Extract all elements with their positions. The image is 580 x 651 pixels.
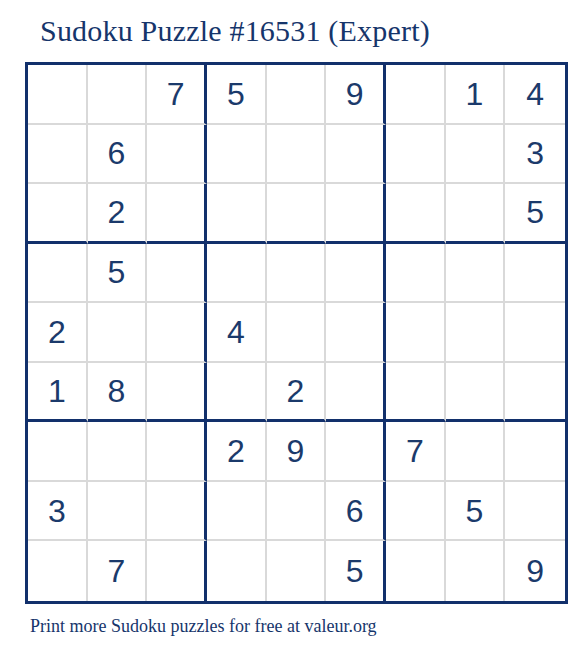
cell-r3c9[interactable]: 5 <box>505 184 565 244</box>
cell-r2c9[interactable]: 3 <box>505 125 565 185</box>
cell-r3c3[interactable] <box>147 184 207 244</box>
cell-r3c2[interactable]: 2 <box>88 184 148 244</box>
cell-r5c4[interactable]: 4 <box>207 303 267 363</box>
cell-r4c4[interactable] <box>207 244 267 304</box>
cell-r4c9[interactable] <box>505 244 565 304</box>
cell-r1c9[interactable]: 4 <box>505 65 565 125</box>
cell-r3c6[interactable] <box>326 184 386 244</box>
cell-r8c2[interactable] <box>88 482 148 542</box>
cell-r4c3[interactable] <box>147 244 207 304</box>
cell-r8c9[interactable] <box>505 482 565 542</box>
cell-r8c8[interactable]: 5 <box>446 482 506 542</box>
cell-r6c2[interactable]: 8 <box>88 363 148 423</box>
cell-r2c5[interactable] <box>267 125 327 185</box>
cell-r5c2[interactable] <box>88 303 148 363</box>
cell-r6c1[interactable]: 1 <box>28 363 88 423</box>
cell-r1c2[interactable] <box>88 65 148 125</box>
cell-r9c8[interactable] <box>446 541 506 601</box>
cell-r9c4[interactable] <box>207 541 267 601</box>
cell-r2c7[interactable] <box>386 125 446 185</box>
cell-r7c7[interactable]: 7 <box>386 422 446 482</box>
cell-r6c4[interactable] <box>207 363 267 423</box>
cell-r6c8[interactable] <box>446 363 506 423</box>
cell-r7c8[interactable] <box>446 422 506 482</box>
cell-r7c3[interactable] <box>147 422 207 482</box>
cell-r8c4[interactable] <box>207 482 267 542</box>
cell-r1c4[interactable]: 5 <box>207 65 267 125</box>
cell-r5c8[interactable] <box>446 303 506 363</box>
cell-r9c9[interactable]: 9 <box>505 541 565 601</box>
cell-r1c1[interactable] <box>28 65 88 125</box>
cell-r7c6[interactable] <box>326 422 386 482</box>
cell-r5c6[interactable] <box>326 303 386 363</box>
cell-r5c5[interactable] <box>267 303 327 363</box>
cell-r9c1[interactable] <box>28 541 88 601</box>
cell-r7c9[interactable] <box>505 422 565 482</box>
cell-r4c1[interactable] <box>28 244 88 304</box>
cell-r4c8[interactable] <box>446 244 506 304</box>
cell-r1c5[interactable] <box>267 65 327 125</box>
cell-r7c2[interactable] <box>88 422 148 482</box>
cell-r6c5[interactable]: 2 <box>267 363 327 423</box>
page-title: Sudoku Puzzle #16531 (Expert) <box>40 14 430 48</box>
cell-r2c6[interactable] <box>326 125 386 185</box>
cell-r7c5[interactable]: 9 <box>267 422 327 482</box>
cell-r9c5[interactable] <box>267 541 327 601</box>
cell-r5c7[interactable] <box>386 303 446 363</box>
cell-r8c3[interactable] <box>147 482 207 542</box>
cell-r2c3[interactable] <box>147 125 207 185</box>
cell-r7c4[interactable]: 2 <box>207 422 267 482</box>
cell-r4c5[interactable] <box>267 244 327 304</box>
cell-r4c6[interactable] <box>326 244 386 304</box>
cell-r6c3[interactable] <box>147 363 207 423</box>
cell-r4c7[interactable] <box>386 244 446 304</box>
cell-r1c7[interactable] <box>386 65 446 125</box>
cell-r6c7[interactable] <box>386 363 446 423</box>
cell-r8c6[interactable]: 6 <box>326 482 386 542</box>
sudoku-grid: 759146325524182297365759 <box>25 62 568 604</box>
cell-r3c5[interactable] <box>267 184 327 244</box>
cell-r9c3[interactable] <box>147 541 207 601</box>
cell-r8c5[interactable] <box>267 482 327 542</box>
cell-r5c3[interactable] <box>147 303 207 363</box>
cell-r3c8[interactable] <box>446 184 506 244</box>
cell-r9c6[interactable]: 5 <box>326 541 386 601</box>
cell-r3c1[interactable] <box>28 184 88 244</box>
cell-r2c8[interactable] <box>446 125 506 185</box>
cell-r1c6[interactable]: 9 <box>326 65 386 125</box>
cell-r3c7[interactable] <box>386 184 446 244</box>
cell-r1c3[interactable]: 7 <box>147 65 207 125</box>
cell-r5c1[interactable]: 2 <box>28 303 88 363</box>
cell-r9c7[interactable] <box>386 541 446 601</box>
cell-r3c4[interactable] <box>207 184 267 244</box>
cell-r2c1[interactable] <box>28 125 88 185</box>
cell-r8c1[interactable]: 3 <box>28 482 88 542</box>
cell-r2c4[interactable] <box>207 125 267 185</box>
cell-r9c2[interactable]: 7 <box>88 541 148 601</box>
cell-r6c6[interactable] <box>326 363 386 423</box>
cell-r7c1[interactable] <box>28 422 88 482</box>
cell-r5c9[interactable] <box>505 303 565 363</box>
footer-text: Print more Sudoku puzzles for free at va… <box>30 616 377 637</box>
cell-r2c2[interactable]: 6 <box>88 125 148 185</box>
cell-r6c9[interactable] <box>505 363 565 423</box>
cell-r8c7[interactable] <box>386 482 446 542</box>
cell-r4c2[interactable]: 5 <box>88 244 148 304</box>
cell-r1c8[interactable]: 1 <box>446 65 506 125</box>
